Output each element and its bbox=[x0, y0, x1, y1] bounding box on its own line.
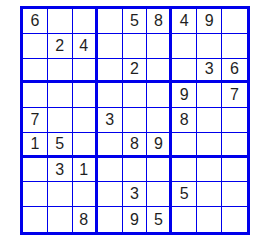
cell-r5c4[interactable]: 3 bbox=[98, 108, 123, 133]
cell-r2c4[interactable] bbox=[98, 34, 123, 59]
cell-r1c3[interactable] bbox=[73, 9, 98, 34]
cell-r7c9[interactable] bbox=[222, 158, 247, 183]
cell-r4c8[interactable] bbox=[197, 83, 222, 108]
cell-r8c9[interactable] bbox=[222, 182, 247, 207]
cell-r7c4[interactable] bbox=[98, 158, 123, 183]
cell-r9c6[interactable]: 5 bbox=[147, 207, 172, 232]
cell-r3c5[interactable]: 2 bbox=[123, 59, 148, 84]
cell-r3c2[interactable] bbox=[48, 59, 73, 84]
cell-r9c2[interactable] bbox=[48, 207, 73, 232]
cell-r4c9[interactable]: 7 bbox=[222, 83, 247, 108]
cell-r5c5[interactable] bbox=[123, 108, 148, 133]
cell-r6c9[interactable] bbox=[222, 133, 247, 158]
cell-r5c2[interactable] bbox=[48, 108, 73, 133]
cell-r8c5[interactable]: 3 bbox=[123, 182, 148, 207]
cell-r1c9[interactable] bbox=[222, 9, 247, 34]
cell-r3c8[interactable]: 3 bbox=[197, 59, 222, 84]
cell-r6c1[interactable]: 1 bbox=[23, 133, 48, 158]
cell-r3c6[interactable] bbox=[147, 59, 172, 84]
cell-r2c1[interactable] bbox=[23, 34, 48, 59]
cell-r9c8[interactable] bbox=[197, 207, 222, 232]
cell-r7c5[interactable] bbox=[123, 158, 148, 183]
cell-r4c6[interactable] bbox=[147, 83, 172, 108]
cell-r6c2[interactable]: 5 bbox=[48, 133, 73, 158]
cell-r6c6[interactable]: 9 bbox=[147, 133, 172, 158]
cell-r4c4[interactable] bbox=[98, 83, 123, 108]
cell-r2c9[interactable] bbox=[222, 34, 247, 59]
cell-r6c4[interactable] bbox=[98, 133, 123, 158]
cell-r5c1[interactable]: 7 bbox=[23, 108, 48, 133]
cell-r7c1[interactable] bbox=[23, 158, 48, 183]
cell-r8c6[interactable] bbox=[147, 182, 172, 207]
cell-r3c3[interactable] bbox=[73, 59, 98, 84]
cell-r3c7[interactable] bbox=[172, 59, 197, 84]
cell-r8c4[interactable] bbox=[98, 182, 123, 207]
cell-r4c2[interactable] bbox=[48, 83, 73, 108]
cell-r5c3[interactable] bbox=[73, 108, 98, 133]
cell-r1c8[interactable]: 9 bbox=[197, 9, 222, 34]
cell-r9c5[interactable]: 9 bbox=[123, 207, 148, 232]
cell-r8c1[interactable] bbox=[23, 182, 48, 207]
cell-r1c1[interactable]: 6 bbox=[23, 9, 48, 34]
cell-r1c2[interactable] bbox=[48, 9, 73, 34]
sudoku-board: 65849242369773815893135895 bbox=[20, 6, 250, 235]
cell-r2c5[interactable] bbox=[123, 34, 148, 59]
cell-r2c8[interactable] bbox=[197, 34, 222, 59]
cell-r6c8[interactable] bbox=[197, 133, 222, 158]
cell-r9c4[interactable] bbox=[98, 207, 123, 232]
cell-r9c1[interactable] bbox=[23, 207, 48, 232]
cell-r9c9[interactable] bbox=[222, 207, 247, 232]
cell-r3c1[interactable] bbox=[23, 59, 48, 84]
cell-r1c6[interactable]: 8 bbox=[147, 9, 172, 34]
cell-r6c5[interactable]: 8 bbox=[123, 133, 148, 158]
cell-r3c9[interactable]: 6 bbox=[222, 59, 247, 84]
cell-r8c8[interactable] bbox=[197, 182, 222, 207]
cell-r8c3[interactable] bbox=[73, 182, 98, 207]
cell-r4c3[interactable] bbox=[73, 83, 98, 108]
cell-r9c3[interactable]: 8 bbox=[73, 207, 98, 232]
cell-r5c9[interactable] bbox=[222, 108, 247, 133]
cell-r4c1[interactable] bbox=[23, 83, 48, 108]
cell-r8c7[interactable]: 5 bbox=[172, 182, 197, 207]
cell-r1c5[interactable]: 5 bbox=[123, 9, 148, 34]
cell-r2c2[interactable]: 2 bbox=[48, 34, 73, 59]
cell-r4c7[interactable]: 9 bbox=[172, 83, 197, 108]
cell-r6c3[interactable] bbox=[73, 133, 98, 158]
cell-r2c6[interactable] bbox=[147, 34, 172, 59]
cell-r7c6[interactable] bbox=[147, 158, 172, 183]
cell-r7c2[interactable]: 3 bbox=[48, 158, 73, 183]
cell-r7c3[interactable]: 1 bbox=[73, 158, 98, 183]
cell-r9c7[interactable] bbox=[172, 207, 197, 232]
cell-r2c7[interactable] bbox=[172, 34, 197, 59]
cell-r3c4[interactable] bbox=[98, 59, 123, 84]
cell-r1c7[interactable]: 4 bbox=[172, 9, 197, 34]
cell-r4c5[interactable] bbox=[123, 83, 148, 108]
cell-r6c7[interactable] bbox=[172, 133, 197, 158]
cell-r5c6[interactable] bbox=[147, 108, 172, 133]
cell-r1c4[interactable] bbox=[98, 9, 123, 34]
cell-r7c7[interactable] bbox=[172, 158, 197, 183]
cell-r7c8[interactable] bbox=[197, 158, 222, 183]
cell-r5c8[interactable] bbox=[197, 108, 222, 133]
cell-r8c2[interactable] bbox=[48, 182, 73, 207]
cell-r5c7[interactable]: 8 bbox=[172, 108, 197, 133]
cell-r2c3[interactable]: 4 bbox=[73, 34, 98, 59]
